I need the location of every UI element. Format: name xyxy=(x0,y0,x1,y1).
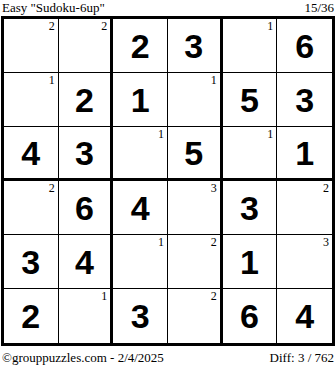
cell-r1c2[interactable]: 2 xyxy=(59,19,114,73)
given-digit: 2 xyxy=(59,73,111,126)
cell-r1c6: 6 xyxy=(277,19,332,73)
cell-r6c6: 4 xyxy=(277,289,332,343)
puzzle-title: Easy "Sudoku-6up" xyxy=(2,0,105,15)
given-digit: 1 xyxy=(223,235,277,288)
cell-r4c2: 6 xyxy=(59,181,114,235)
pencil-mark: 1 xyxy=(267,127,273,142)
pencil-mark: 1 xyxy=(211,73,217,88)
cell-r5c5: 1 xyxy=(223,235,278,289)
cell-r6c5: 6 xyxy=(223,289,278,343)
cell-r2c2: 2 xyxy=(59,73,114,127)
cell-r5c1: 3 xyxy=(4,235,59,289)
cell-r2c3: 1 xyxy=(113,73,168,127)
cell-r1c3: 2 xyxy=(113,19,168,73)
given-digit: 3 xyxy=(59,127,111,178)
cell-r3c4: 5 xyxy=(168,127,223,181)
given-digit: 6 xyxy=(223,289,277,343)
cell-r2c4[interactable]: 1 xyxy=(168,73,223,127)
page-indicator: 15/36 xyxy=(304,0,334,15)
pencil-mark: 1 xyxy=(158,235,164,250)
pencil-mark: 1 xyxy=(267,19,273,34)
cell-r3c5[interactable]: 1 xyxy=(223,127,278,181)
cell-r4c1[interactable]: 2 xyxy=(4,181,59,235)
pencil-mark: 2 xyxy=(101,19,107,34)
header-bar: Easy "Sudoku-6up" 15/36 xyxy=(0,0,336,16)
pencil-mark: 2 xyxy=(49,19,55,34)
cell-r6c2[interactable]: 1 xyxy=(59,289,114,343)
pencil-mark: 1 xyxy=(49,73,55,88)
given-digit: 3 xyxy=(168,19,220,72)
cell-r6c4[interactable]: 2 xyxy=(168,289,223,343)
given-digit: 6 xyxy=(59,181,111,234)
given-digit: 3 xyxy=(113,289,167,343)
cell-r4c6[interactable]: 2 xyxy=(277,181,332,235)
cell-r1c5[interactable]: 1 xyxy=(223,19,278,73)
given-digit: 1 xyxy=(113,73,167,126)
cell-r1c4: 3 xyxy=(168,19,223,73)
pencil-mark: 3 xyxy=(323,235,329,250)
given-digit: 3 xyxy=(223,181,277,234)
cell-r2c5: 5 xyxy=(223,73,278,127)
cell-r3c6: 1 xyxy=(277,127,332,181)
given-digit: 5 xyxy=(223,73,277,126)
given-digit: 5 xyxy=(168,127,220,178)
given-digit: 2 xyxy=(4,289,58,343)
copyright-text: ©grouppuzzles.com - 2/4/2025 xyxy=(2,350,164,366)
cell-r2c6: 3 xyxy=(277,73,332,127)
cell-r5c6[interactable]: 3 xyxy=(277,235,332,289)
cell-r4c5: 3 xyxy=(223,181,278,235)
given-digit: 1 xyxy=(277,127,332,178)
cell-r2c1[interactable]: 1 xyxy=(4,73,59,127)
pencil-mark: 2 xyxy=(211,289,217,304)
given-digit: 6 xyxy=(277,19,332,72)
pencil-mark: 2 xyxy=(49,181,55,196)
cell-r5c4[interactable]: 2 xyxy=(168,235,223,289)
given-digit: 4 xyxy=(4,127,58,178)
cell-r5c2: 4 xyxy=(59,235,114,289)
cell-r6c1: 2 xyxy=(4,289,59,343)
given-digit: 4 xyxy=(59,235,111,288)
pencil-mark: 2 xyxy=(323,181,329,196)
given-digit: 3 xyxy=(277,73,332,126)
puzzle-page: Easy "Sudoku-6up" 15/36 2223161211534315… xyxy=(0,0,336,370)
pencil-mark: 2 xyxy=(211,235,217,250)
cell-r4c3: 4 xyxy=(113,181,168,235)
difficulty-text: Diff: 3 / 762 xyxy=(270,350,334,366)
footer-bar: ©grouppuzzles.com - 2/4/2025 Diff: 3 / 7… xyxy=(0,350,336,368)
cell-r3c1: 4 xyxy=(4,127,59,181)
given-digit: 4 xyxy=(113,181,167,234)
sudoku-board: 222316121153431511264332341213213264 xyxy=(1,16,335,346)
cell-r5c3[interactable]: 1 xyxy=(113,235,168,289)
cell-r3c3[interactable]: 1 xyxy=(113,127,168,181)
cell-r3c2: 3 xyxy=(59,127,114,181)
given-digit: 3 xyxy=(4,235,58,288)
cell-r4c4[interactable]: 3 xyxy=(168,181,223,235)
pencil-mark: 1 xyxy=(101,289,107,304)
pencil-mark: 3 xyxy=(211,181,217,196)
given-digit: 4 xyxy=(277,289,332,343)
pencil-mark: 1 xyxy=(158,127,164,142)
given-digit: 2 xyxy=(113,19,167,72)
cell-r6c3: 3 xyxy=(113,289,168,343)
cell-r1c1[interactable]: 2 xyxy=(4,19,59,73)
